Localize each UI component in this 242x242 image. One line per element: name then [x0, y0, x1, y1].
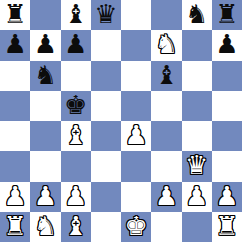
square-b5[interactable] [30, 91, 60, 121]
square-g1[interactable] [182, 212, 212, 242]
square-b3[interactable] [30, 151, 60, 181]
piece-white-queen[interactable]: ♛ [185, 152, 208, 178]
piece-black-queen[interactable]: ♛ [94, 1, 117, 27]
square-d7[interactable] [91, 30, 121, 60]
square-h8[interactable]: ♜ [212, 0, 242, 30]
square-c7[interactable]: ♟ [61, 30, 91, 60]
square-h5[interactable] [212, 91, 242, 121]
square-f4[interactable] [151, 121, 181, 151]
square-h4[interactable] [212, 121, 242, 151]
square-f2[interactable]: ♟ [151, 182, 181, 212]
piece-white-pawn[interactable]: ♟ [215, 183, 238, 209]
piece-white-pawn[interactable]: ♟ [3, 183, 26, 209]
square-b6[interactable]: ♞ [30, 61, 60, 91]
square-b2[interactable]: ♟ [30, 182, 60, 212]
square-e5[interactable] [121, 91, 151, 121]
piece-white-rook[interactable]: ♜ [215, 213, 238, 239]
piece-white-knight[interactable]: ♞ [155, 31, 178, 57]
square-h3[interactable] [212, 151, 242, 181]
square-c1[interactable]: ♝ [61, 212, 91, 242]
square-d2[interactable] [91, 182, 121, 212]
piece-black-bishop[interactable]: ♝ [64, 1, 87, 27]
piece-white-pawn[interactable]: ♟ [124, 122, 147, 148]
piece-black-pawn[interactable]: ♟ [34, 31, 57, 57]
square-e4[interactable]: ♟ [121, 121, 151, 151]
square-b7[interactable]: ♟ [30, 30, 60, 60]
piece-white-bishop[interactable]: ♝ [64, 122, 87, 148]
square-g8[interactable]: ♞ [182, 0, 212, 30]
square-f6[interactable]: ♝ [151, 61, 181, 91]
piece-white-pawn[interactable]: ♟ [185, 183, 208, 209]
square-g5[interactable] [182, 91, 212, 121]
square-g3[interactable]: ♛ [182, 151, 212, 181]
square-d8[interactable]: ♛ [91, 0, 121, 30]
piece-black-knight[interactable]: ♞ [34, 62, 57, 88]
square-d3[interactable] [91, 151, 121, 181]
square-e1[interactable]: ♚ [121, 212, 151, 242]
square-d1[interactable] [91, 212, 121, 242]
piece-black-bishop[interactable]: ♝ [155, 62, 178, 88]
square-a4[interactable] [0, 121, 30, 151]
square-b1[interactable]: ♞ [30, 212, 60, 242]
square-a5[interactable] [0, 91, 30, 121]
square-c4[interactable]: ♝ [61, 121, 91, 151]
square-c5[interactable]: ♚ [61, 91, 91, 121]
square-g4[interactable] [182, 121, 212, 151]
piece-white-pawn[interactable]: ♟ [155, 183, 178, 209]
square-e8[interactable] [121, 0, 151, 30]
piece-white-king[interactable]: ♚ [124, 213, 147, 239]
piece-white-pawn[interactable]: ♟ [34, 183, 57, 209]
square-a8[interactable]: ♜ [0, 0, 30, 30]
piece-white-bishop[interactable]: ♝ [64, 213, 87, 239]
square-c2[interactable]: ♟ [61, 182, 91, 212]
square-c6[interactable] [61, 61, 91, 91]
square-d4[interactable] [91, 121, 121, 151]
square-h7[interactable]: ♟ [212, 30, 242, 60]
square-d5[interactable] [91, 91, 121, 121]
square-a2[interactable]: ♟ [0, 182, 30, 212]
piece-white-rook[interactable]: ♜ [3, 213, 26, 239]
square-b8[interactable] [30, 0, 60, 30]
square-f1[interactable] [151, 212, 181, 242]
square-a1[interactable]: ♜ [0, 212, 30, 242]
square-h1[interactable]: ♜ [212, 212, 242, 242]
square-e3[interactable] [121, 151, 151, 181]
square-e6[interactable] [121, 61, 151, 91]
piece-white-knight[interactable]: ♞ [34, 213, 57, 239]
square-d6[interactable] [91, 61, 121, 91]
square-c8[interactable]: ♝ [61, 0, 91, 30]
square-f3[interactable] [151, 151, 181, 181]
piece-white-pawn[interactable]: ♟ [64, 183, 87, 209]
chess-board: ♜♝♛♞♜♟♟♟♞♟♞♝♚♝♟♛♟♟♟♟♟♟♜♞♝♚♜ [0, 0, 242, 242]
piece-black-rook[interactable]: ♜ [3, 1, 26, 27]
piece-black-rook[interactable]: ♜ [215, 1, 238, 27]
square-c3[interactable] [61, 151, 91, 181]
square-e2[interactable] [121, 182, 151, 212]
square-a7[interactable]: ♟ [0, 30, 30, 60]
square-a3[interactable] [0, 151, 30, 181]
piece-black-king[interactable]: ♚ [64, 92, 87, 118]
square-h6[interactable] [212, 61, 242, 91]
piece-black-knight[interactable]: ♞ [185, 1, 208, 27]
square-b4[interactable] [30, 121, 60, 151]
square-f7[interactable]: ♞ [151, 30, 181, 60]
square-h2[interactable]: ♟ [212, 182, 242, 212]
square-g6[interactable] [182, 61, 212, 91]
piece-black-pawn[interactable]: ♟ [64, 31, 87, 57]
square-e7[interactable] [121, 30, 151, 60]
square-f8[interactable] [151, 0, 181, 30]
piece-black-pawn[interactable]: ♟ [215, 31, 238, 57]
piece-black-pawn[interactable]: ♟ [3, 31, 26, 57]
square-g2[interactable]: ♟ [182, 182, 212, 212]
square-f5[interactable] [151, 91, 181, 121]
square-g7[interactable] [182, 30, 212, 60]
square-a6[interactable] [0, 61, 30, 91]
